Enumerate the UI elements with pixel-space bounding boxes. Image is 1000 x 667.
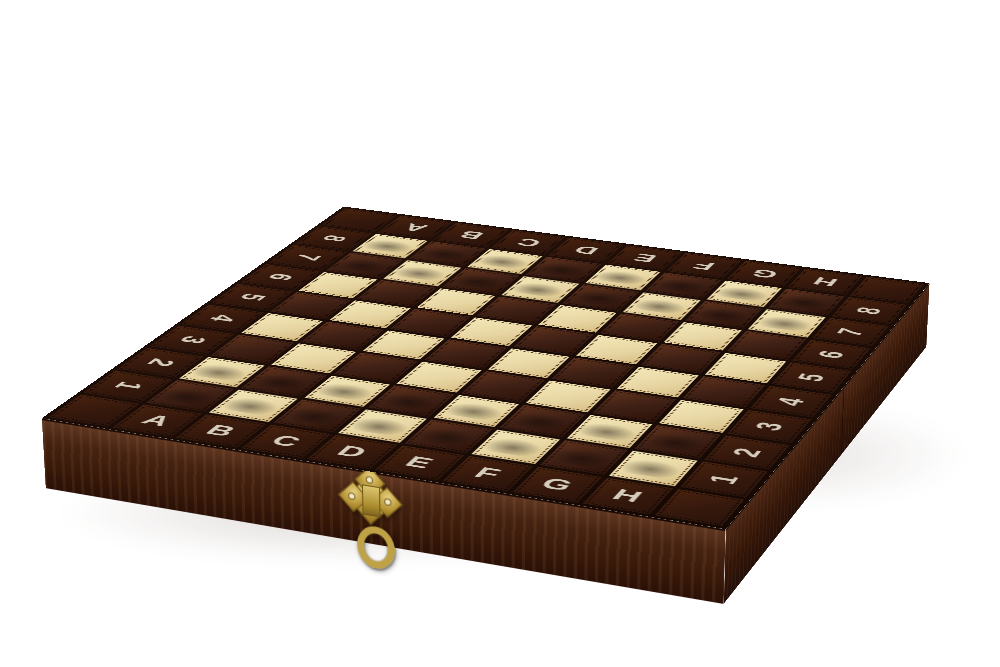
clasp-latch-block [362, 484, 381, 517]
photo-backdrop: ABCDEFGH8♜♞♝♛♚♝♞♜87♟♟♟♟♟♟♟♟7665544332♟♟♟… [0, 0, 1000, 667]
clasp-rivet [349, 493, 354, 499]
brass-clasp[interactable] [340, 465, 402, 575]
dark-pawn-glyph: ♟ [634, 238, 688, 312]
dark-pawn-glyph: ♟ [573, 230, 627, 303]
dark-pawn-glyph: ♟ [696, 246, 750, 320]
fold-seam-side [841, 388, 845, 456]
clasp-ring[interactable] [357, 523, 396, 571]
white-rook-glyph: ♜ [607, 355, 698, 478]
frame-cell [850, 277, 924, 304]
chess-board-3d: ABCDEFGH8♜♞♝♛♚♝♞♜87♟♟♟♟♟♟♟♟7665544332♟♟♟… [42, 207, 930, 530]
dark-pawn-glyph: ♟ [758, 254, 813, 329]
clasp-rivet [367, 477, 372, 483]
clasp-rivet [385, 499, 390, 505]
dark-pawn-glyph: ♟ [513, 222, 566, 295]
